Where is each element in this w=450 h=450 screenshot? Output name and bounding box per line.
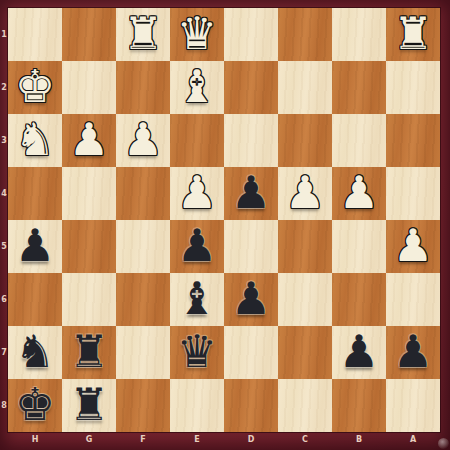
square-e7[interactable]: ♛ [170, 326, 224, 379]
square-f3[interactable]: ♟ [116, 114, 170, 167]
black-pawn-d6: ♟ [231, 272, 271, 325]
square-b6[interactable] [332, 273, 386, 326]
square-f7[interactable] [116, 326, 170, 379]
square-c4[interactable]: ♟ [278, 167, 332, 220]
square-e4[interactable]: ♟ [170, 167, 224, 220]
rank-labels: 12345678 [0, 8, 8, 432]
white-pawn-e4: ♟ [177, 166, 217, 219]
square-b2[interactable] [332, 61, 386, 114]
square-h8[interactable]: ♚ [8, 379, 62, 432]
chess-diagram: 12345678 ♜♛♜♚♝♞♟♟♟♟♟♟♟♟♟♝♟♞♜♛♟♟♚♜ HGFEDC… [0, 0, 450, 450]
square-b5[interactable] [332, 220, 386, 273]
black-rook-g7: ♜ [69, 325, 109, 378]
black-knight-h7: ♞ [15, 325, 55, 378]
square-d1[interactable] [224, 8, 278, 61]
square-h3[interactable]: ♞ [8, 114, 62, 167]
file-label-b: B [332, 433, 386, 447]
file-labels: HGFEDCBA [8, 433, 440, 447]
square-d6[interactable]: ♟ [224, 273, 278, 326]
square-c3[interactable] [278, 114, 332, 167]
square-f5[interactable] [116, 220, 170, 273]
square-d3[interactable] [224, 114, 278, 167]
square-f6[interactable] [116, 273, 170, 326]
square-c6[interactable] [278, 273, 332, 326]
white-pawn-b4: ♟ [339, 166, 379, 219]
square-c7[interactable] [278, 326, 332, 379]
square-h2[interactable]: ♚ [8, 61, 62, 114]
rank-label-2: 2 [0, 61, 8, 114]
white-pawn-c4: ♟ [285, 166, 325, 219]
file-label-f: F [116, 433, 170, 447]
square-g6[interactable] [62, 273, 116, 326]
square-d7[interactable] [224, 326, 278, 379]
rank-label-4: 4 [0, 167, 8, 220]
black-pawn-e5: ♟ [177, 219, 217, 272]
square-e3[interactable] [170, 114, 224, 167]
square-a1[interactable]: ♜ [386, 8, 440, 61]
white-bishop-e2: ♝ [177, 60, 217, 113]
rank-label-1: 1 [0, 8, 8, 61]
square-c1[interactable] [278, 8, 332, 61]
square-g7[interactable]: ♜ [62, 326, 116, 379]
white-knight-h3: ♞ [15, 113, 55, 166]
square-a2[interactable] [386, 61, 440, 114]
square-d8[interactable] [224, 379, 278, 432]
square-b8[interactable] [332, 379, 386, 432]
file-label-e: E [170, 433, 224, 447]
black-queen-e7: ♛ [177, 325, 217, 378]
square-b7[interactable]: ♟ [332, 326, 386, 379]
square-g2[interactable] [62, 61, 116, 114]
white-rook-a1: ♜ [393, 7, 433, 60]
black-king-h8: ♚ [15, 378, 55, 431]
square-d5[interactable] [224, 220, 278, 273]
square-a6[interactable] [386, 273, 440, 326]
white-pawn-g3: ♟ [69, 113, 109, 166]
square-e8[interactable] [170, 379, 224, 432]
square-c2[interactable] [278, 61, 332, 114]
black-pawn-d4: ♟ [231, 166, 271, 219]
square-h1[interactable] [8, 8, 62, 61]
square-f2[interactable] [116, 61, 170, 114]
white-king-h2: ♚ [15, 60, 55, 113]
file-label-h: H [8, 433, 62, 447]
white-pawn-f3: ♟ [123, 113, 163, 166]
square-d4[interactable]: ♟ [224, 167, 278, 220]
square-h5[interactable]: ♟ [8, 220, 62, 273]
file-label-c: C [278, 433, 332, 447]
black-pawn-b7: ♟ [339, 325, 379, 378]
square-h7[interactable]: ♞ [8, 326, 62, 379]
square-b3[interactable] [332, 114, 386, 167]
square-e2[interactable]: ♝ [170, 61, 224, 114]
white-pawn-a5: ♟ [393, 219, 433, 272]
square-e6[interactable]: ♝ [170, 273, 224, 326]
rank-label-5: 5 [0, 220, 8, 273]
black-pawn-h5: ♟ [15, 219, 55, 272]
square-a5[interactable]: ♟ [386, 220, 440, 273]
black-rook-g8: ♜ [69, 378, 109, 431]
square-c8[interactable] [278, 379, 332, 432]
black-pawn-a7: ♟ [393, 325, 433, 378]
square-g5[interactable] [62, 220, 116, 273]
square-h6[interactable] [8, 273, 62, 326]
rank-label-8: 8 [0, 379, 8, 432]
square-h4[interactable] [8, 167, 62, 220]
file-label-d: D [224, 433, 278, 447]
white-queen-e1: ♛ [177, 7, 217, 60]
rank-label-7: 7 [0, 326, 8, 379]
square-g4[interactable] [62, 167, 116, 220]
square-f4[interactable] [116, 167, 170, 220]
square-e5[interactable]: ♟ [170, 220, 224, 273]
rank-label-6: 6 [0, 273, 8, 326]
white-rook-f1: ♜ [123, 7, 163, 60]
square-g8[interactable]: ♜ [62, 379, 116, 432]
square-f8[interactable] [116, 379, 170, 432]
square-c5[interactable] [278, 220, 332, 273]
square-f1[interactable]: ♜ [116, 8, 170, 61]
square-e1[interactable]: ♛ [170, 8, 224, 61]
file-label-a: A [386, 433, 440, 447]
chess-board: ♜♛♜♚♝♞♟♟♟♟♟♟♟♟♟♝♟♞♜♛♟♟♚♜ [8, 8, 440, 432]
rank-label-3: 3 [0, 114, 8, 167]
file-label-g: G [62, 433, 116, 447]
square-a3[interactable] [386, 114, 440, 167]
square-d2[interactable] [224, 61, 278, 114]
square-a8[interactable] [386, 379, 440, 432]
square-b4[interactable]: ♟ [332, 167, 386, 220]
square-a7[interactable]: ♟ [386, 326, 440, 379]
square-b1[interactable] [332, 8, 386, 61]
square-a4[interactable] [386, 167, 440, 220]
logo-watermark-icon [438, 438, 449, 449]
square-g3[interactable]: ♟ [62, 114, 116, 167]
black-bishop-e6: ♝ [177, 272, 217, 325]
square-g1[interactable] [62, 8, 116, 61]
